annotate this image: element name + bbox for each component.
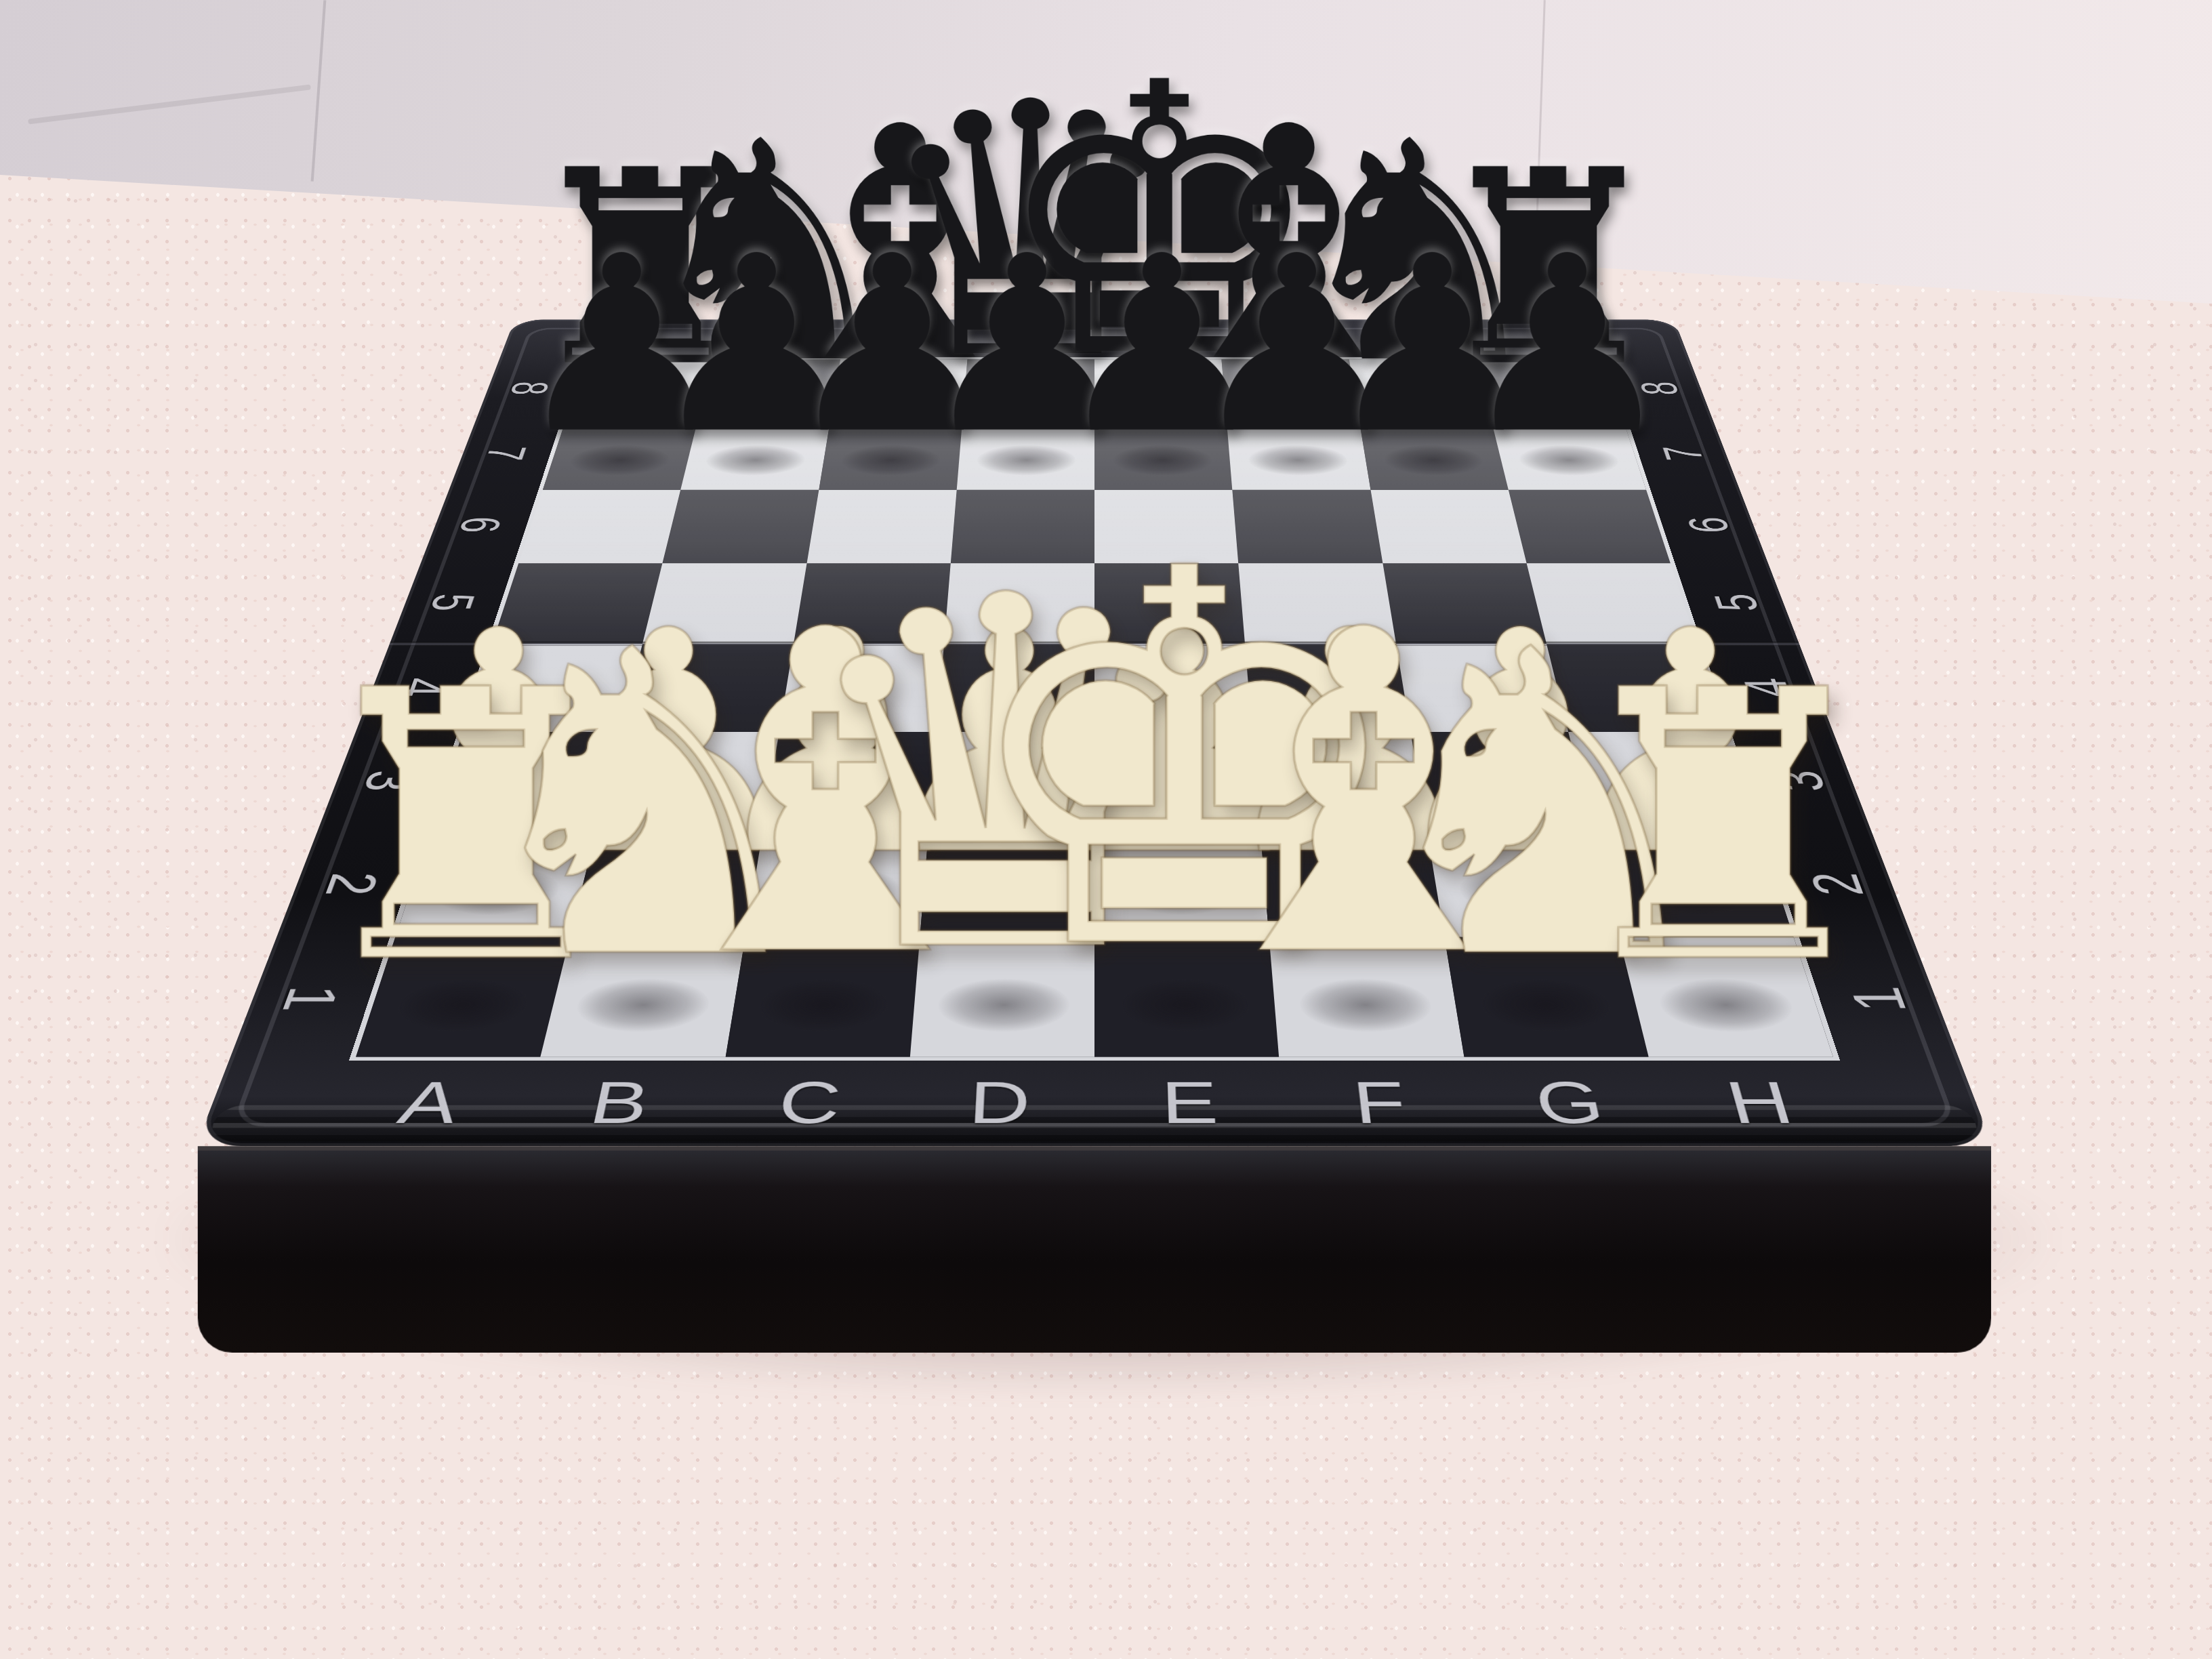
rank-label-right-2: 6 <box>1629 501 1788 549</box>
file-label-4: E <box>1094 1061 1288 1146</box>
file-label-2: C <box>708 1061 908 1146</box>
file-label-5: F <box>1281 1061 1481 1146</box>
file-label-3: D <box>901 1061 1094 1146</box>
rank-label-right-0: 8 <box>1587 368 1732 409</box>
file-labels: ABCDEFGH <box>321 1061 1868 1146</box>
file-label-7: H <box>1654 1061 1868 1146</box>
scene: ♜♞♝♛♚♝♞♜♟♟♟♟♟♟♟♟♟♟♟♟♟♟♟♟♜♞♝♛♚♝♞♜ ABCDEFG… <box>0 0 2212 1659</box>
chess-board: ♜♞♝♛♚♝♞♜♟♟♟♟♟♟♟♟♟♟♟♟♟♟♟♟♜♞♝♛♚♝♞♜ ABCDEFG… <box>196 320 1993 1147</box>
file-label-6: G <box>1467 1061 1675 1146</box>
marble-vein <box>28 84 311 124</box>
piece-white-rook-h1[interactable]: ♜ <box>1557 661 1890 996</box>
rank-label-left-0: 8 <box>457 368 602 409</box>
rank-label-left-1: 7 <box>430 432 581 476</box>
piece-black-pawn-h7[interactable]: ♟ <box>1458 237 1677 455</box>
file-label-0: A <box>321 1061 535 1146</box>
file-label-1: B <box>514 1061 721 1146</box>
playfield: ♜♞♝♛♚♝♞♜♟♟♟♟♟♟♟♟♟♟♟♟♟♟♟♟♜♞♝♛♚♝♞♜ <box>349 357 1841 1061</box>
square-h1[interactable]: ♜ <box>1619 937 1833 1057</box>
rank-label-right-1: 7 <box>1607 432 1759 476</box>
wall-seam <box>311 0 327 182</box>
rank-label-left-2: 6 <box>401 501 560 549</box>
board-front-edge <box>198 1146 1991 1353</box>
